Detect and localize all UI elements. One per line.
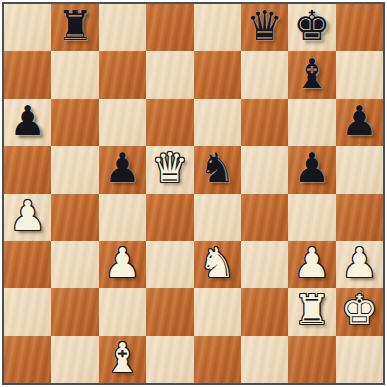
square-a4[interactable]: ♟	[4, 194, 51, 241]
square-g6[interactable]	[288, 99, 335, 146]
square-f3[interactable]	[241, 241, 288, 288]
square-c3[interactable]: ♟	[99, 241, 146, 288]
square-b7[interactable]	[51, 51, 98, 98]
square-b3[interactable]	[51, 241, 98, 288]
square-g3[interactable]: ♟	[288, 241, 335, 288]
square-c4[interactable]	[99, 194, 146, 241]
white-pawn-a4[interactable]: ♟	[9, 196, 46, 237]
square-e7[interactable]	[194, 51, 241, 98]
square-h7[interactable]	[336, 51, 383, 98]
square-c2[interactable]	[99, 288, 146, 335]
square-h1[interactable]	[336, 336, 383, 383]
square-d8[interactable]	[146, 4, 193, 51]
square-d6[interactable]	[146, 99, 193, 146]
black-pawn-c5[interactable]: ♟	[104, 148, 141, 189]
square-f7[interactable]	[241, 51, 288, 98]
square-a1[interactable]	[4, 336, 51, 383]
square-h4[interactable]	[336, 194, 383, 241]
diagram-frame: ♜♛♚♝♟♟♟♛♞♟♟♟♞♟♟♜♚♝	[0, 0, 387, 387]
square-h5[interactable]	[336, 146, 383, 193]
white-pawn-h3[interactable]: ♟	[341, 243, 378, 284]
square-g5[interactable]: ♟	[288, 146, 335, 193]
square-a7[interactable]	[4, 51, 51, 98]
white-pawn-c3[interactable]: ♟	[104, 243, 141, 284]
square-h6[interactable]: ♟	[336, 99, 383, 146]
square-b4[interactable]	[51, 194, 98, 241]
chess-board: ♜♛♚♝♟♟♟♛♞♟♟♟♞♟♟♜♚♝	[2, 2, 385, 385]
black-rook-b8[interactable]: ♜	[57, 6, 94, 47]
square-e2[interactable]	[194, 288, 241, 335]
square-e3[interactable]: ♞	[194, 241, 241, 288]
white-pawn-g3[interactable]: ♟	[294, 243, 331, 284]
black-pawn-g5[interactable]: ♟	[294, 148, 331, 189]
square-a2[interactable]	[4, 288, 51, 335]
white-rook-g2[interactable]: ♜	[294, 290, 331, 331]
black-pawn-a6[interactable]: ♟	[9, 101, 46, 142]
square-e1[interactable]	[194, 336, 241, 383]
square-h3[interactable]: ♟	[336, 241, 383, 288]
square-b6[interactable]	[51, 99, 98, 146]
square-c1[interactable]: ♝	[99, 336, 146, 383]
square-d7[interactable]	[146, 51, 193, 98]
square-e5[interactable]: ♞	[194, 146, 241, 193]
square-b1[interactable]	[51, 336, 98, 383]
square-f5[interactable]	[241, 146, 288, 193]
black-knight-e5[interactable]: ♞	[199, 148, 236, 189]
square-b2[interactable]	[51, 288, 98, 335]
white-bishop-c1[interactable]: ♝	[104, 338, 141, 379]
square-a8[interactable]	[4, 4, 51, 51]
white-knight-e3[interactable]: ♞	[199, 243, 236, 284]
square-g1[interactable]	[288, 336, 335, 383]
square-d1[interactable]	[146, 336, 193, 383]
square-c5[interactable]: ♟	[99, 146, 146, 193]
square-g8[interactable]: ♚	[288, 4, 335, 51]
square-d5[interactable]: ♛	[146, 146, 193, 193]
black-bishop-g7[interactable]: ♝	[294, 54, 331, 95]
square-a3[interactable]	[4, 241, 51, 288]
square-d2[interactable]	[146, 288, 193, 335]
square-f6[interactable]	[241, 99, 288, 146]
white-king-h2[interactable]: ♚	[341, 290, 378, 331]
square-d3[interactable]	[146, 241, 193, 288]
black-queen-f8[interactable]: ♛	[246, 6, 283, 47]
square-e4[interactable]	[194, 194, 241, 241]
square-c8[interactable]	[99, 4, 146, 51]
square-b5[interactable]	[51, 146, 98, 193]
square-h2[interactable]: ♚	[336, 288, 383, 335]
square-c6[interactable]	[99, 99, 146, 146]
square-g4[interactable]	[288, 194, 335, 241]
square-g2[interactable]: ♜	[288, 288, 335, 335]
square-d4[interactable]	[146, 194, 193, 241]
square-a6[interactable]: ♟	[4, 99, 51, 146]
black-king-g8[interactable]: ♚	[294, 6, 331, 47]
square-f4[interactable]	[241, 194, 288, 241]
square-e6[interactable]	[194, 99, 241, 146]
square-g7[interactable]: ♝	[288, 51, 335, 98]
square-b8[interactable]: ♜	[51, 4, 98, 51]
square-c7[interactable]	[99, 51, 146, 98]
black-pawn-h6[interactable]: ♟	[341, 101, 378, 142]
square-f2[interactable]	[241, 288, 288, 335]
square-h8[interactable]	[336, 4, 383, 51]
square-e8[interactable]	[194, 4, 241, 51]
square-f8[interactable]: ♛	[241, 4, 288, 51]
white-queen-d5[interactable]: ♛	[151, 148, 188, 189]
square-f1[interactable]	[241, 336, 288, 383]
square-a5[interactable]	[4, 146, 51, 193]
